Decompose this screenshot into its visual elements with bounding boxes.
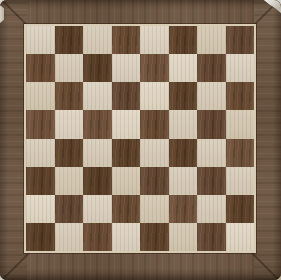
square-g6[interactable]	[197, 82, 226, 110]
square-b1[interactable]	[55, 223, 84, 251]
board-frame-top	[0, 0, 281, 27]
square-a5[interactable]	[26, 110, 55, 138]
square-b7[interactable]	[55, 54, 84, 82]
square-b4[interactable]	[55, 139, 84, 167]
square-e4[interactable]	[140, 139, 169, 167]
square-g7[interactable]	[197, 54, 226, 82]
square-c8[interactable]	[83, 26, 112, 54]
square-f2[interactable]	[169, 195, 198, 223]
square-d3[interactable]	[112, 167, 141, 195]
playing-field	[24, 24, 256, 253]
square-a4[interactable]	[26, 139, 55, 167]
square-a6[interactable]	[26, 82, 55, 110]
chess-board	[0, 0, 281, 280]
square-b6[interactable]	[55, 82, 84, 110]
square-c3[interactable]	[83, 167, 112, 195]
square-f8[interactable]	[169, 26, 198, 54]
square-f5[interactable]	[169, 110, 198, 138]
board-frame-bottom	[0, 250, 281, 280]
square-b5[interactable]	[55, 110, 84, 138]
square-g2[interactable]	[197, 195, 226, 223]
square-d4[interactable]	[112, 139, 141, 167]
square-h5[interactable]	[226, 110, 255, 138]
square-a8[interactable]	[26, 26, 55, 54]
board-frame-left	[0, 0, 27, 280]
square-f1[interactable]	[169, 223, 198, 251]
square-f4[interactable]	[169, 139, 198, 167]
square-h2[interactable]	[226, 195, 255, 223]
square-b3[interactable]	[55, 167, 84, 195]
square-d7[interactable]	[112, 54, 141, 82]
square-h1[interactable]	[226, 223, 255, 251]
square-h3[interactable]	[226, 167, 255, 195]
square-a1[interactable]	[26, 223, 55, 251]
square-h6[interactable]	[226, 82, 255, 110]
square-e2[interactable]	[140, 195, 169, 223]
square-g1[interactable]	[197, 223, 226, 251]
square-c6[interactable]	[83, 82, 112, 110]
square-a7[interactable]	[26, 54, 55, 82]
square-g3[interactable]	[197, 167, 226, 195]
square-c4[interactable]	[83, 139, 112, 167]
square-g5[interactable]	[197, 110, 226, 138]
square-d5[interactable]	[112, 110, 141, 138]
square-f7[interactable]	[169, 54, 198, 82]
square-g4[interactable]	[197, 139, 226, 167]
square-d6[interactable]	[112, 82, 141, 110]
square-h4[interactable]	[226, 139, 255, 167]
square-d2[interactable]	[112, 195, 141, 223]
square-c7[interactable]	[83, 54, 112, 82]
square-c2[interactable]	[83, 195, 112, 223]
square-e1[interactable]	[140, 223, 169, 251]
square-h7[interactable]	[226, 54, 255, 82]
square-b8[interactable]	[55, 26, 84, 54]
square-e8[interactable]	[140, 26, 169, 54]
square-e5[interactable]	[140, 110, 169, 138]
screenshot	[0, 0, 281, 280]
square-e7[interactable]	[140, 54, 169, 82]
square-a3[interactable]	[26, 167, 55, 195]
square-d1[interactable]	[112, 223, 141, 251]
board-frame-right	[254, 0, 281, 280]
square-a2[interactable]	[26, 195, 55, 223]
square-c1[interactable]	[83, 223, 112, 251]
squares-grid	[26, 26, 254, 251]
square-g8[interactable]	[197, 26, 226, 54]
square-b2[interactable]	[55, 195, 84, 223]
square-h8[interactable]	[226, 26, 255, 54]
square-c5[interactable]	[83, 110, 112, 138]
square-d8[interactable]	[112, 26, 141, 54]
square-f6[interactable]	[169, 82, 198, 110]
square-e6[interactable]	[140, 82, 169, 110]
square-e3[interactable]	[140, 167, 169, 195]
square-f3[interactable]	[169, 167, 198, 195]
